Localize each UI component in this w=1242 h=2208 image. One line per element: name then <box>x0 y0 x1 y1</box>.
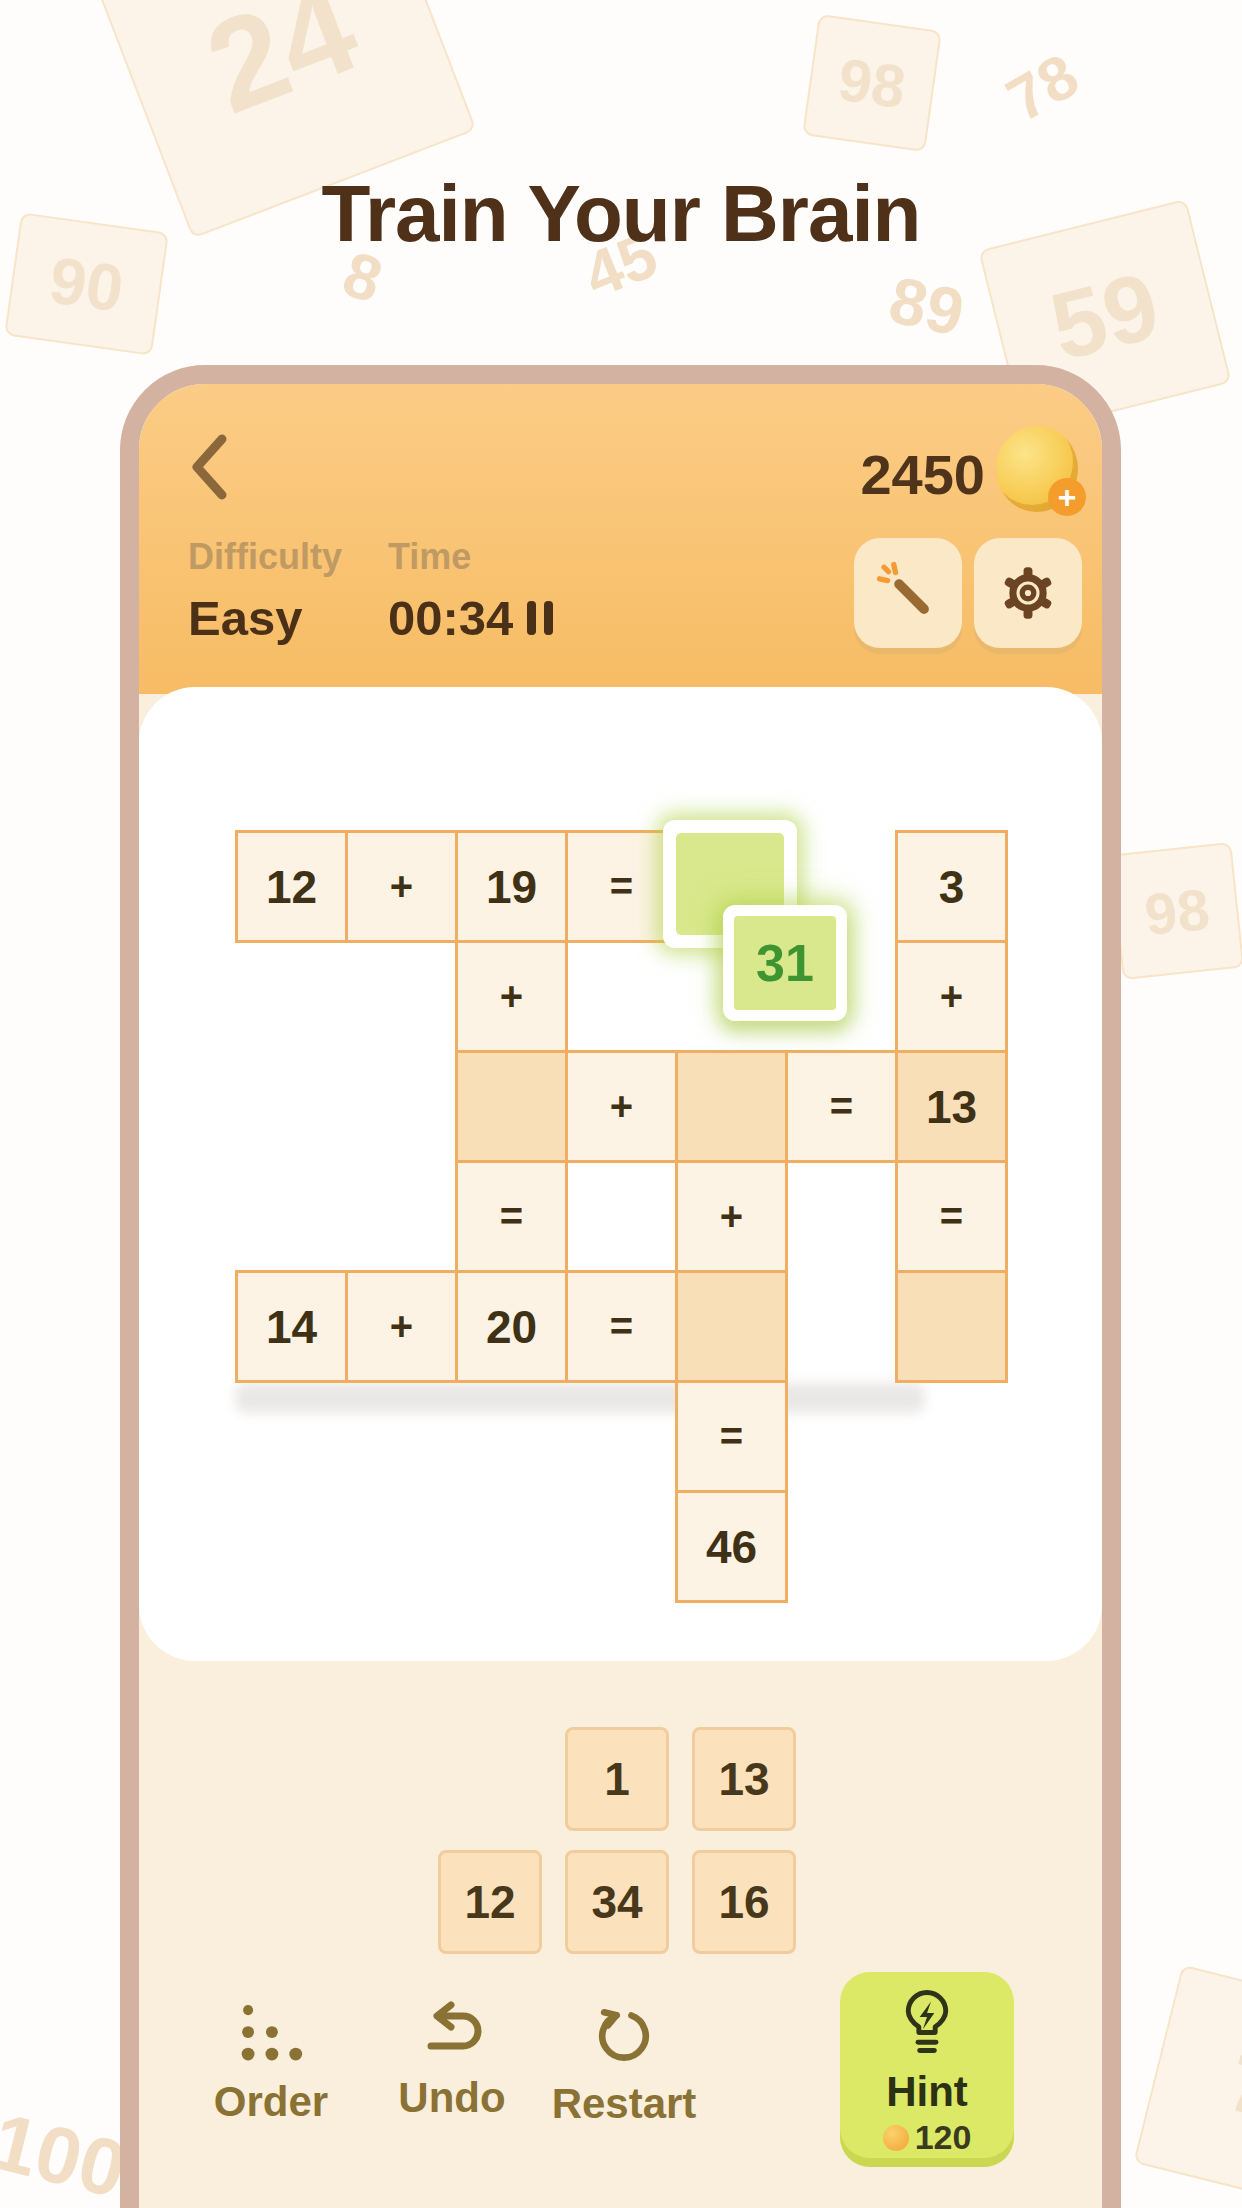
difficulty-stat: Difficulty Easy <box>188 536 342 646</box>
board-cell-r4c7-op: = <box>895 1160 1008 1273</box>
dragged-tile-value: 31 <box>734 916 836 1010</box>
pause-button[interactable] <box>527 601 553 635</box>
background-number-tile: 7 <box>1133 1965 1242 2208</box>
board-cell-r2c7-op: + <box>895 940 1008 1053</box>
difficulty-label: Difficulty <box>188 536 342 578</box>
board-cell-r5c7-empty[interactable] <box>895 1270 1008 1383</box>
board-cell-r1c2-op: + <box>345 830 458 943</box>
board-cell-r5c3-given: 20 <box>455 1270 568 1383</box>
background-number: 78 <box>995 40 1090 136</box>
dragged-tile-31[interactable]: 31 <box>723 905 847 1021</box>
board-cell-r5c2-op: + <box>345 1270 458 1383</box>
background-number: 89 <box>883 261 971 351</box>
math-crossword-grid: 46==20+14=+=13=+++3=19+12 31 <box>235 830 1008 1603</box>
board-cell-r4c5-op: + <box>675 1160 788 1273</box>
hint-label: Hint <box>886 2068 968 2116</box>
hint-bulb-icon <box>896 1986 958 2066</box>
background-number-tile: 98 <box>1110 842 1242 980</box>
back-button[interactable] <box>186 432 232 502</box>
board-cell-r1c1-given: 12 <box>235 830 348 943</box>
restart-label: Restart <box>552 2080 697 2128</box>
hint-cost: 120 <box>883 2118 972 2157</box>
board-cell-r3c3-empty[interactable] <box>455 1050 568 1163</box>
restart-button[interactable]: Restart <box>544 2000 704 2128</box>
board-cell-r3c6-op: = <box>785 1050 898 1163</box>
background-number: 100 <box>0 2095 135 2208</box>
undo-arrow-icon <box>417 2000 487 2062</box>
tray-tile-16[interactable]: 16 <box>692 1850 796 1954</box>
board-cell-r3c7-placed[interactable]: 13 <box>895 1050 1008 1163</box>
tray-tile-12[interactable]: 12 <box>438 1850 542 1954</box>
difficulty-value: Easy <box>188 590 342 646</box>
tray-tile-1[interactable]: 1 <box>565 1727 669 1831</box>
magic-wand-button[interactable] <box>854 538 962 648</box>
board-cell-r7c5-given: 46 <box>675 1490 788 1603</box>
board-cell-r1c4-op: = <box>565 830 678 943</box>
screenshot-page: 249098599877889845100 Train Your Brain 2… <box>0 0 1242 2208</box>
board-cell-r4c3-op: = <box>455 1160 568 1273</box>
coin-balance: 2450 <box>860 442 985 507</box>
board-cell-r5c1-given: 14 <box>235 1270 348 1383</box>
board-cell-r5c4-op: = <box>565 1270 678 1383</box>
order-dots-icon <box>235 2000 307 2066</box>
time-stat: Time 00:34 <box>388 536 553 646</box>
magic-wand-icon <box>876 561 940 625</box>
order-label: Order <box>214 2078 328 2126</box>
gear-icon <box>996 561 1060 625</box>
hint-cost-value: 120 <box>915 2118 972 2157</box>
hint-button[interactable]: Hint 120 <box>840 1972 1014 2158</box>
coin-icon[interactable]: + <box>996 426 1078 512</box>
board-cell-r3c5-empty[interactable] <box>675 1050 788 1163</box>
restart-arrow-icon <box>590 2000 658 2068</box>
board-cell-r3c4-op: + <box>565 1050 678 1163</box>
board-cell-r2c3-op: + <box>455 940 568 1053</box>
board-cell-r1c3-given: 19 <box>455 830 568 943</box>
tray-tile-34[interactable]: 34 <box>565 1850 669 1954</box>
number-tile-tray: 113123416 <box>438 1727 798 1957</box>
add-coins-button[interactable]: + <box>1048 478 1086 516</box>
tray-tile-13[interactable]: 13 <box>692 1727 796 1831</box>
board-cell-r6c5-op: = <box>675 1380 788 1493</box>
order-button[interactable]: Order <box>191 2000 351 2126</box>
background-number-tile: 98 <box>802 14 942 152</box>
undo-button[interactable]: Undo <box>372 2000 532 2122</box>
back-chevron-icon <box>186 432 232 502</box>
board-cell-r1c7-given: 3 <box>895 830 1008 943</box>
undo-label: Undo <box>398 2074 505 2122</box>
board-cell-r5c5-empty[interactable] <box>675 1270 788 1383</box>
time-value: 00:34 <box>388 590 513 646</box>
time-label: Time <box>388 536 553 578</box>
coin-icon <box>883 2125 909 2151</box>
settings-button[interactable] <box>974 538 1082 648</box>
page-title: Train Your Brain <box>0 168 1242 260</box>
